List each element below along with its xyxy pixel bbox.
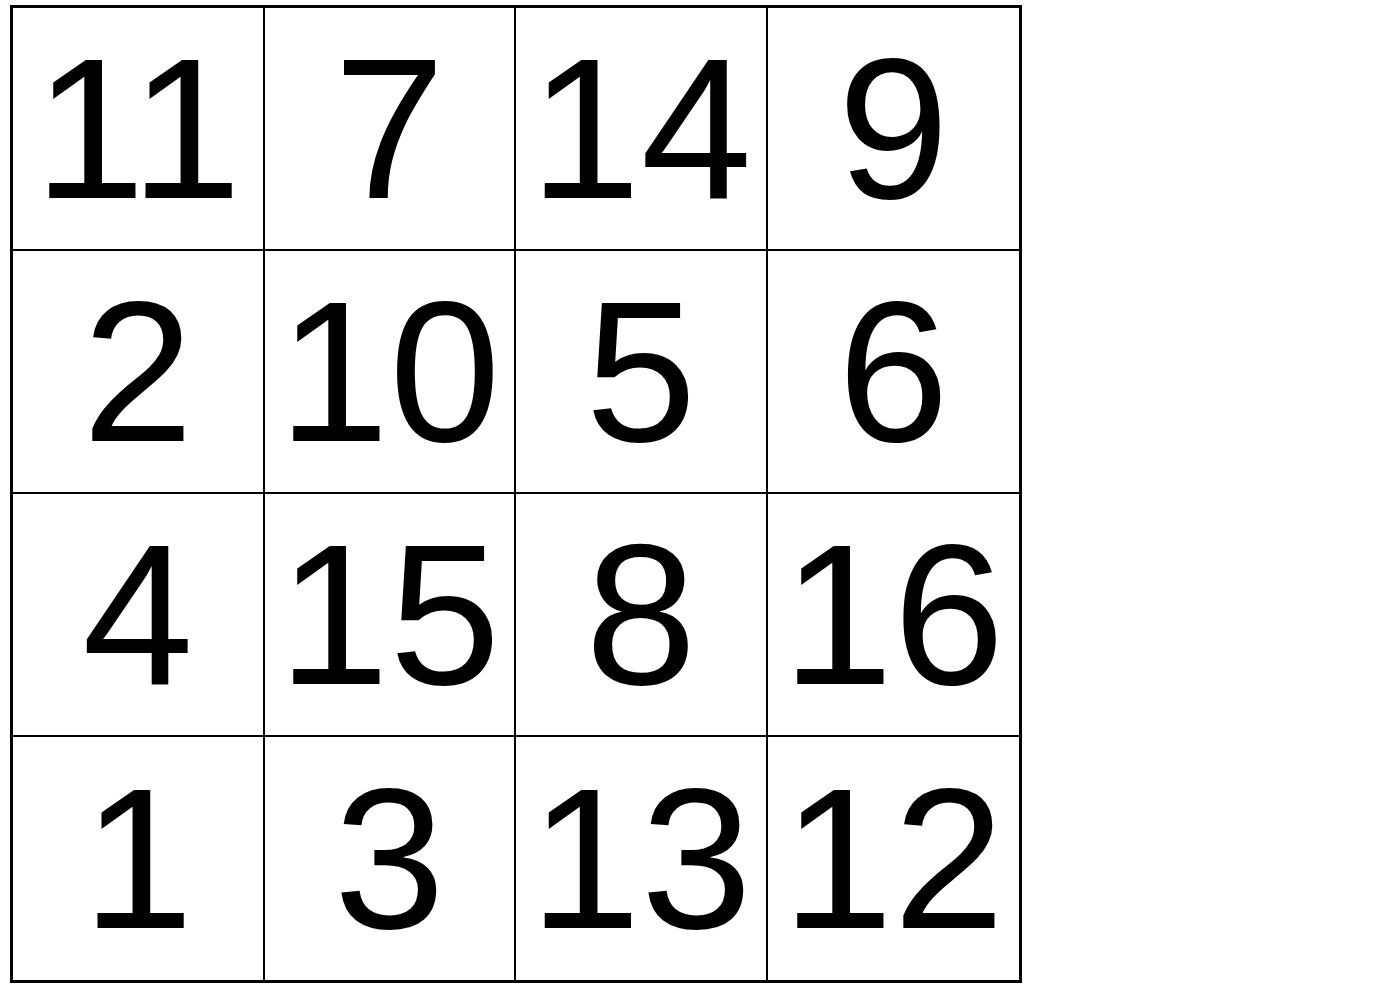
cell-r4c1[interactable]: 1 — [13, 737, 265, 980]
cell-r4c4[interactable]: 12 — [768, 737, 1020, 980]
cell-r3c2[interactable]: 15 — [265, 494, 517, 737]
cell-r3c1[interactable]: 4 — [13, 494, 265, 737]
cell-r1c3[interactable]: 14 — [516, 8, 768, 251]
cell-r2c2[interactable]: 10 — [265, 251, 517, 494]
cell-r2c3[interactable]: 5 — [516, 251, 768, 494]
cell-r3c4[interactable]: 16 — [768, 494, 1020, 737]
cell-r4c3[interactable]: 13 — [516, 737, 768, 980]
cell-r3c3[interactable]: 8 — [516, 494, 768, 737]
cell-r4c2[interactable]: 3 — [265, 737, 517, 980]
cell-r2c4[interactable]: 6 — [768, 251, 1020, 494]
cell-r1c4[interactable]: 9 — [768, 8, 1020, 251]
cell-r1c1[interactable]: 11 — [13, 8, 265, 251]
number-grid-board: 11 7 14 9 2 10 5 6 4 15 8 16 1 3 13 12 — [10, 5, 1022, 983]
cell-r1c2[interactable]: 7 — [265, 8, 517, 251]
cell-r2c1[interactable]: 2 — [13, 251, 265, 494]
